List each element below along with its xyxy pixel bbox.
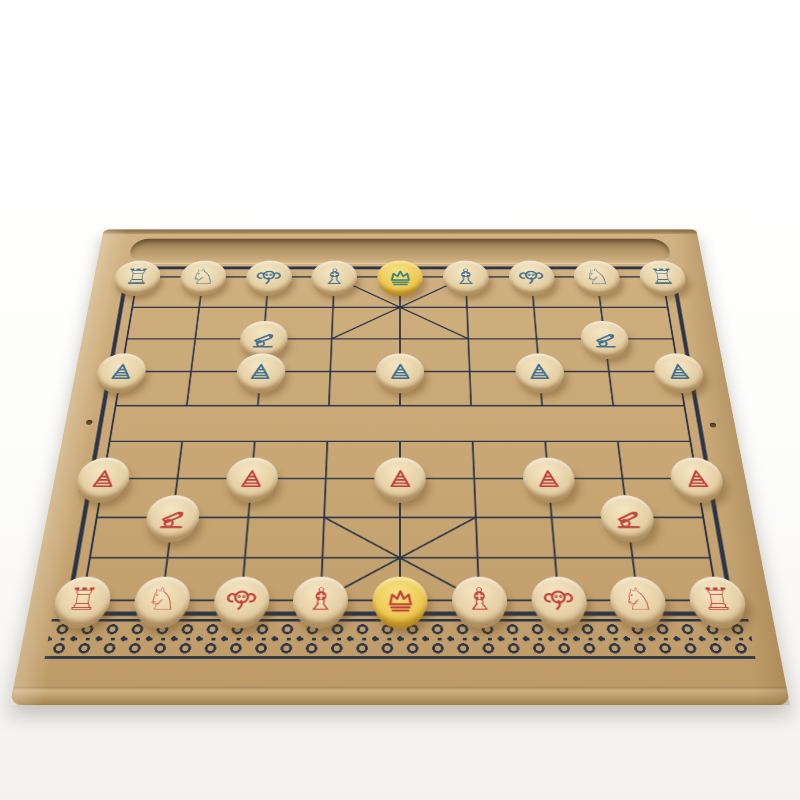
horse-head-icon: ♘ <box>144 584 179 615</box>
spiral-cone-icon <box>524 360 555 382</box>
elephant-face-icon <box>517 267 546 287</box>
spiral-cone-icon <box>245 360 276 382</box>
cannon-wheel-icon <box>589 328 620 350</box>
board-scene: ♖♘♗♗♘♖♖♘♗♗♘♖ <box>10 30 790 705</box>
xiangqi-board: ♖♘♗♗♘♖♖♘♗♗♘♖ <box>10 229 790 705</box>
crown-icon <box>383 586 416 615</box>
piece-red-cannon[interactable] <box>599 496 657 540</box>
piece-blue-soldier[interactable] <box>235 353 286 390</box>
elephant-face-icon <box>254 267 283 287</box>
elephant-face-icon <box>541 586 577 615</box>
piece-red-advisor[interactable]: ♗ <box>292 577 349 625</box>
spiral-cone-icon <box>86 466 121 491</box>
piece-red-king[interactable] <box>372 577 428 625</box>
piece-red-soldier[interactable] <box>374 458 426 500</box>
piece-blue-knight[interactable]: ♘ <box>572 261 622 294</box>
bishop-figure-icon: ♗ <box>304 584 337 615</box>
spiral-cone-icon <box>235 466 268 491</box>
piece-blue-king[interactable] <box>377 261 423 294</box>
piece-blue-advisor[interactable]: ♗ <box>442 261 489 294</box>
castle-tower-icon: ♖ <box>699 584 736 615</box>
piece-red-advisor[interactable]: ♗ <box>451 577 508 625</box>
piece-red-soldier[interactable] <box>521 458 576 500</box>
cannon-wheel-icon <box>610 504 645 531</box>
piece-blue-elephant[interactable] <box>244 261 292 294</box>
piece-blue-knight[interactable]: ♘ <box>178 261 228 294</box>
piece-red-rook[interactable]: ♖ <box>686 577 749 625</box>
spiral-cone-icon <box>384 466 415 491</box>
horse-head-icon: ♘ <box>620 584 655 615</box>
spiral-cone-icon <box>679 466 714 491</box>
piece-red-knight[interactable]: ♘ <box>608 577 669 625</box>
piece-red-soldier[interactable] <box>668 458 727 500</box>
spiral-cone-icon <box>105 360 138 382</box>
piece-red-soldier[interactable] <box>224 458 279 500</box>
horse-head-icon: ♘ <box>583 266 612 287</box>
bishop-figure-icon: ♗ <box>321 266 348 287</box>
castle-tower-icon: ♖ <box>123 266 153 287</box>
piece-blue-elephant[interactable] <box>507 261 555 294</box>
crown-icon <box>386 267 414 287</box>
piece-red-knight[interactable]: ♘ <box>131 577 192 625</box>
piece-blue-soldier[interactable] <box>514 353 565 390</box>
horse-head-icon: ♘ <box>189 266 218 287</box>
cannon-wheel-icon <box>155 504 190 531</box>
piece-red-cannon[interactable] <box>143 496 201 540</box>
castle-tower-icon: ♖ <box>64 584 101 615</box>
piece-blue-rook[interactable]: ♖ <box>637 261 688 294</box>
piece-blue-soldier[interactable] <box>94 353 149 390</box>
castle-tower-icon: ♖ <box>648 266 678 287</box>
cannon-wheel-icon <box>248 328 278 350</box>
spiral-cone-icon <box>662 360 695 382</box>
piece-red-elephant[interactable] <box>530 577 589 625</box>
bishop-figure-icon: ♗ <box>463 584 496 615</box>
piece-red-elephant[interactable] <box>211 577 270 625</box>
product-photo-background: ♖♘♗♗♘♖♖♘♗♗♘♖ <box>0 0 800 800</box>
pieces-layer: ♖♘♗♗♘♖♖♘♗♗♘♖ <box>10 229 790 705</box>
piece-blue-rook[interactable]: ♖ <box>112 261 163 294</box>
piece-blue-soldier[interactable] <box>376 353 425 390</box>
piece-blue-cannon[interactable] <box>238 321 288 357</box>
piece-blue-cannon[interactable] <box>579 321 631 357</box>
spiral-cone-icon <box>532 466 565 491</box>
piece-red-rook[interactable]: ♖ <box>51 577 114 625</box>
piece-blue-soldier[interactable] <box>652 353 707 390</box>
piece-blue-advisor[interactable]: ♗ <box>311 261 358 294</box>
bishop-figure-icon: ♗ <box>452 266 479 287</box>
elephant-face-icon <box>223 586 259 615</box>
spiral-cone-icon <box>385 360 414 382</box>
piece-red-soldier[interactable] <box>74 458 133 500</box>
